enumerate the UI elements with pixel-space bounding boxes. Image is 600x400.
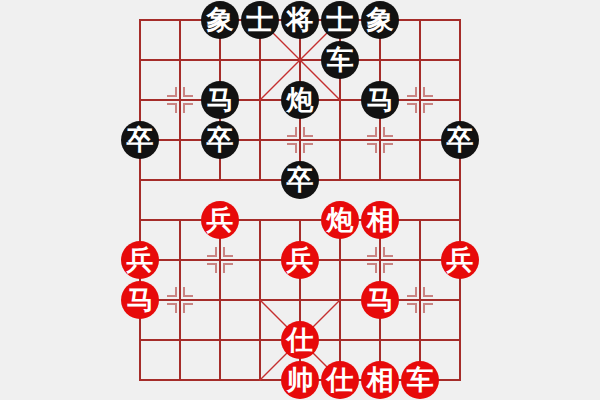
piece-red-soldier[interactable]: 兵 xyxy=(281,241,319,279)
piece-red-horse[interactable]: 马 xyxy=(361,281,399,319)
piece-black-soldier[interactable]: 卒 xyxy=(201,121,239,159)
piece-black-horse[interactable]: 马 xyxy=(361,81,399,119)
piece-black-soldier[interactable]: 卒 xyxy=(281,161,319,199)
piece-red-advisor[interactable]: 仕 xyxy=(321,361,359,399)
piece-black-horse[interactable]: 马 xyxy=(201,81,239,119)
piece-red-soldier[interactable]: 兵 xyxy=(441,241,479,279)
xiangqi-board[interactable]: 象士将士象车马炮马卒卒卒卒兵炮相兵兵兵马马仕帅仕相车 xyxy=(120,0,480,400)
piece-red-elephant[interactable]: 相 xyxy=(361,201,399,239)
piece-black-elephant[interactable]: 象 xyxy=(201,1,239,39)
piece-red-elephant[interactable]: 相 xyxy=(361,361,399,399)
piece-red-general[interactable]: 帅 xyxy=(281,361,319,399)
piece-black-advisor[interactable]: 士 xyxy=(321,1,359,39)
piece-red-chariot[interactable]: 车 xyxy=(401,361,439,399)
piece-black-soldier[interactable]: 卒 xyxy=(121,121,159,159)
piece-black-elephant[interactable]: 象 xyxy=(361,1,399,39)
piece-red-advisor[interactable]: 仕 xyxy=(281,321,319,359)
piece-red-soldier[interactable]: 兵 xyxy=(201,201,239,239)
piece-black-general[interactable]: 将 xyxy=(281,1,319,39)
xiangqi-board-screen: 象士将士象车马炮马卒卒卒卒兵炮相兵兵兵马马仕帅仕相车 xyxy=(0,0,600,400)
piece-red-soldier[interactable]: 兵 xyxy=(121,241,159,279)
piece-red-cannon[interactable]: 炮 xyxy=(321,201,359,239)
piece-red-horse[interactable]: 马 xyxy=(121,281,159,319)
piece-black-chariot[interactable]: 车 xyxy=(321,41,359,79)
piece-black-soldier[interactable]: 卒 xyxy=(441,121,479,159)
piece-black-cannon[interactable]: 炮 xyxy=(281,81,319,119)
piece-black-advisor[interactable]: 士 xyxy=(241,1,279,39)
